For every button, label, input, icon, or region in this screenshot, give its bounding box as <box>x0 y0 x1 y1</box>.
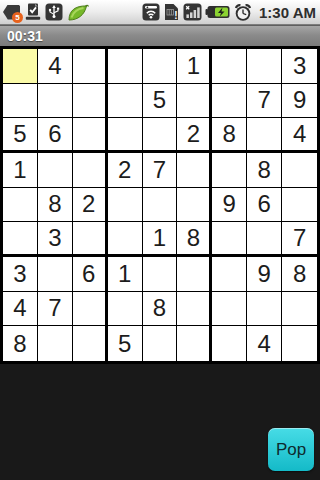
cell-r4c1[interactable]: 1 <box>3 153 38 188</box>
cell-r2c1[interactable] <box>3 84 38 119</box>
cell-r9c2[interactable] <box>38 326 73 361</box>
cell-r4c5[interactable]: 7 <box>143 153 178 188</box>
cell-r9c5[interactable] <box>143 326 178 361</box>
no-signal-icon <box>183 3 202 21</box>
cell-r4c9[interactable] <box>282 153 317 188</box>
cell-r8c5[interactable]: 8 <box>143 292 178 327</box>
bottom-panel: Pop <box>0 364 320 480</box>
cell-r6c1[interactable] <box>3 222 38 257</box>
cell-r1c8[interactable] <box>247 49 282 84</box>
cell-r1c5[interactable] <box>143 49 178 84</box>
cell-r1c6[interactable]: 1 <box>177 49 212 84</box>
cell-r5c6[interactable] <box>177 188 212 223</box>
alarm-clock-icon <box>233 3 253 22</box>
cell-r2c6[interactable] <box>177 84 212 119</box>
cell-r4c3[interactable] <box>73 153 108 188</box>
cell-r8c4[interactable] <box>108 292 143 327</box>
cell-r7c5[interactable] <box>143 257 178 292</box>
cell-r8c3[interactable] <box>73 292 108 327</box>
cell-r6c6[interactable]: 8 <box>177 222 212 257</box>
cell-r2c2[interactable] <box>38 84 73 119</box>
cell-r7c7[interactable] <box>212 257 247 292</box>
cell-r7c1[interactable]: 3 <box>3 257 38 292</box>
cell-r9c7[interactable] <box>212 326 247 361</box>
cell-r2c5[interactable]: 5 <box>143 84 178 119</box>
cell-r4c6[interactable] <box>177 153 212 188</box>
cell-r6c8[interactable] <box>247 222 282 257</box>
peapod-icon <box>67 3 89 22</box>
svg-text:!: ! <box>174 10 177 21</box>
cell-r2c4[interactable] <box>108 84 143 119</box>
cell-r5c9[interactable] <box>282 188 317 223</box>
cell-r1c9[interactable]: 3 <box>282 49 317 84</box>
cell-r9c3[interactable] <box>73 326 108 361</box>
cell-r1c4[interactable] <box>108 49 143 84</box>
cell-r7c4[interactable]: 1 <box>108 257 143 292</box>
pop-button[interactable]: Pop <box>268 428 314 471</box>
notification-count-badge: 5 <box>12 12 23 23</box>
battery-charging-icon <box>205 5 230 19</box>
cell-r3c9[interactable]: 4 <box>282 118 317 153</box>
cell-r9c9[interactable] <box>282 326 317 361</box>
cell-r4c2[interactable] <box>38 153 73 188</box>
cell-r8c8[interactable] <box>247 292 282 327</box>
tether-icon <box>142 3 160 21</box>
cell-r6c5[interactable]: 1 <box>143 222 178 257</box>
sim-warning-icon: ! <box>163 3 180 21</box>
cell-r2c7[interactable] <box>212 84 247 119</box>
cell-r9c4[interactable]: 5 <box>108 326 143 361</box>
cell-r3c5[interactable] <box>143 118 178 153</box>
cell-r5c7[interactable]: 9 <box>212 188 247 223</box>
cell-r5c2[interactable]: 8 <box>38 188 73 223</box>
cell-r2c8[interactable]: 7 <box>247 84 282 119</box>
cell-r1c3[interactable] <box>73 49 108 84</box>
cell-r9c6[interactable] <box>177 326 212 361</box>
cell-r6c7[interactable] <box>212 222 247 257</box>
cell-r4c7[interactable] <box>212 153 247 188</box>
notification-tag-icon: 5 <box>2 3 21 21</box>
cell-r3c3[interactable] <box>73 118 108 153</box>
cell-r3c4[interactable] <box>108 118 143 153</box>
download-done-icon <box>25 3 41 21</box>
cell-r3c1[interactable]: 5 <box>3 118 38 153</box>
cell-r9c8[interactable]: 4 <box>247 326 282 361</box>
elapsed-time: 00:31 <box>7 28 43 44</box>
cell-r5c4[interactable] <box>108 188 143 223</box>
cell-r4c8[interactable]: 8 <box>247 153 282 188</box>
cell-r8c1[interactable]: 4 <box>3 292 38 327</box>
status-icons-right: ! <box>142 3 318 22</box>
cell-r3c2[interactable]: 6 <box>38 118 73 153</box>
cell-r9c1[interactable]: 8 <box>3 326 38 361</box>
cell-r8c6[interactable] <box>177 292 212 327</box>
cell-r1c1[interactable] <box>3 49 38 84</box>
cell-r3c6[interactable]: 2 <box>177 118 212 153</box>
cell-r7c3[interactable]: 6 <box>73 257 108 292</box>
cell-r2c9[interactable]: 9 <box>282 84 317 119</box>
sudoku-board: 4135795628412788296318736198478854 <box>0 46 320 364</box>
status-bar: 5 <box>0 0 320 25</box>
cell-r7c2[interactable] <box>38 257 73 292</box>
cell-r5c5[interactable] <box>143 188 178 223</box>
clock-time: 1:30 AM <box>259 4 316 21</box>
status-icons-left: 5 <box>2 3 89 22</box>
cell-r1c2[interactable]: 4 <box>38 49 73 84</box>
cell-r7c9[interactable]: 8 <box>282 257 317 292</box>
cell-r3c7[interactable]: 8 <box>212 118 247 153</box>
cell-r2c3[interactable] <box>73 84 108 119</box>
cell-r5c1[interactable] <box>3 188 38 223</box>
cell-r5c3[interactable]: 2 <box>73 188 108 223</box>
cell-r6c3[interactable] <box>73 222 108 257</box>
cell-r6c2[interactable]: 3 <box>38 222 73 257</box>
cell-r1c7[interactable] <box>212 49 247 84</box>
cell-r7c6[interactable] <box>177 257 212 292</box>
cell-r6c9[interactable]: 7 <box>282 222 317 257</box>
usb-icon <box>45 3 63 21</box>
cell-r8c7[interactable] <box>212 292 247 327</box>
cell-r8c2[interactable]: 7 <box>38 292 73 327</box>
cell-r4c4[interactable]: 2 <box>108 153 143 188</box>
timer-bar: 00:31 <box>0 25 320 46</box>
cell-r7c8[interactable]: 9 <box>247 257 282 292</box>
cell-r3c8[interactable] <box>247 118 282 153</box>
cell-r8c9[interactable] <box>282 292 317 327</box>
phone-screen: 5 <box>0 0 320 480</box>
cell-r6c4[interactable] <box>108 222 143 257</box>
cell-r5c8[interactable]: 6 <box>247 188 282 223</box>
